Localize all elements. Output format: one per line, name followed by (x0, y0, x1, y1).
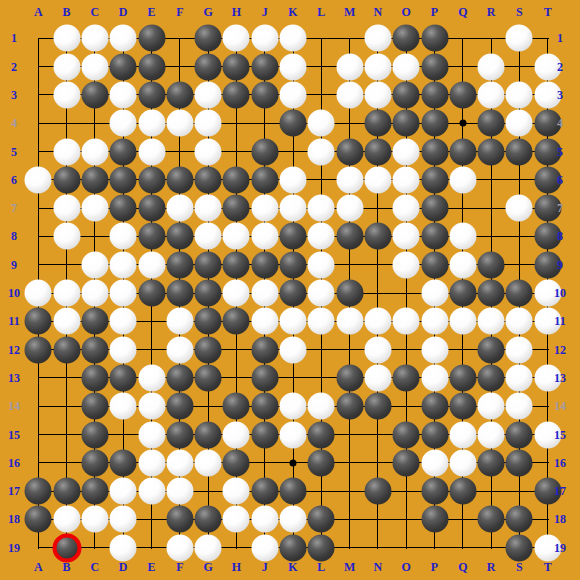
stone-white[interactable] (110, 81, 137, 108)
stone-black[interactable] (166, 166, 193, 193)
stone-black[interactable] (393, 81, 420, 108)
stone-white[interactable] (81, 280, 108, 307)
column-label-top: L (317, 6, 325, 18)
stone-black[interactable] (336, 280, 363, 307)
stone-black[interactable] (336, 393, 363, 420)
stone-white[interactable] (280, 166, 307, 193)
stone-black[interactable] (308, 421, 335, 448)
go-board[interactable]: AABBCCDDEEFFGGHHJJKKLLMMNNOOPPQQRRSSTT11… (0, 0, 580, 580)
stone-white[interactable] (223, 478, 250, 505)
row-label-left: 6 (11, 174, 17, 186)
stone-white[interactable] (364, 336, 391, 363)
stone-white[interactable] (138, 251, 165, 278)
column-label-bottom: R (487, 561, 496, 573)
stone-white[interactable] (195, 195, 222, 222)
stone-black[interactable] (280, 223, 307, 250)
stone-white[interactable] (110, 506, 137, 533)
stone-black[interactable] (251, 138, 278, 165)
stone-black[interactable] (280, 251, 307, 278)
stone-black[interactable] (449, 138, 476, 165)
stone-black[interactable] (110, 53, 137, 80)
stone-black[interactable] (393, 421, 420, 448)
column-label-bottom: L (317, 561, 325, 573)
stone-black[interactable] (25, 478, 52, 505)
column-label-top: H (232, 6, 241, 18)
stone-black[interactable] (336, 364, 363, 391)
stone-white[interactable] (364, 308, 391, 335)
row-label-left: 11 (8, 315, 19, 327)
stone-black[interactable] (364, 478, 391, 505)
stone-black[interactable] (110, 364, 137, 391)
stone-black[interactable] (421, 110, 448, 137)
stone-white[interactable] (223, 506, 250, 533)
stone-white[interactable] (166, 110, 193, 137)
stone-white[interactable] (81, 53, 108, 80)
stone-black[interactable] (421, 25, 448, 52)
stone-white[interactable] (506, 81, 533, 108)
stone-black[interactable] (251, 81, 278, 108)
stone-black[interactable] (138, 25, 165, 52)
stone-black[interactable] (223, 53, 250, 80)
stone-black[interactable] (364, 223, 391, 250)
stone-white[interactable] (449, 308, 476, 335)
stone-white[interactable] (195, 110, 222, 137)
stone-white[interactable] (110, 308, 137, 335)
stone-black[interactable] (166, 223, 193, 250)
stone-white[interactable] (110, 534, 137, 561)
stone-black[interactable] (506, 449, 533, 476)
stone-black[interactable] (478, 138, 505, 165)
stone-white[interactable] (81, 506, 108, 533)
stone-black[interactable] (421, 421, 448, 448)
stone-white[interactable] (280, 25, 307, 52)
stone-black[interactable] (223, 195, 250, 222)
stone-black[interactable] (421, 478, 448, 505)
stone-black[interactable] (195, 280, 222, 307)
stone-black[interactable] (280, 280, 307, 307)
stone-black[interactable] (506, 534, 533, 561)
stone-black[interactable] (308, 449, 335, 476)
stone-black[interactable] (166, 81, 193, 108)
stone-black[interactable] (251, 166, 278, 193)
stone-white[interactable] (223, 280, 250, 307)
stone-black[interactable] (478, 506, 505, 533)
stone-white[interactable] (195, 449, 222, 476)
stone-white[interactable] (393, 53, 420, 80)
stone-black[interactable] (25, 506, 52, 533)
stone-black[interactable] (138, 195, 165, 222)
row-label-right: 1 (557, 32, 563, 44)
stone-white[interactable] (53, 25, 80, 52)
stone-white[interactable] (506, 336, 533, 363)
stone-white[interactable] (53, 308, 80, 335)
stone-white[interactable] (25, 280, 52, 307)
stone-white[interactable] (138, 478, 165, 505)
stone-black[interactable] (195, 336, 222, 363)
column-label-top: S (516, 6, 523, 18)
column-label-top: T (544, 6, 552, 18)
stone-white[interactable] (138, 110, 165, 137)
row-label-left: 12 (8, 344, 20, 356)
row-label-left: 9 (11, 259, 17, 271)
stone-white[interactable] (421, 280, 448, 307)
stone-white[interactable] (223, 421, 250, 448)
stone-white[interactable] (138, 364, 165, 391)
stone-black[interactable] (280, 478, 307, 505)
column-label-bottom: C (91, 561, 100, 573)
stone-white[interactable] (506, 393, 533, 420)
stone-white[interactable] (393, 251, 420, 278)
stone-black[interactable] (138, 166, 165, 193)
stone-black[interactable] (81, 81, 108, 108)
stone-white[interactable] (280, 421, 307, 448)
column-label-top: E (147, 6, 155, 18)
stone-white[interactable] (53, 223, 80, 250)
row-label-right: 3 (557, 89, 563, 101)
stone-white[interactable] (336, 81, 363, 108)
column-label-bottom: P (431, 561, 438, 573)
stone-white[interactable] (251, 534, 278, 561)
stone-black[interactable] (223, 81, 250, 108)
stone-black[interactable] (110, 449, 137, 476)
stone-white[interactable] (449, 223, 476, 250)
stone-white[interactable] (53, 138, 80, 165)
stone-black[interactable] (110, 138, 137, 165)
stone-black[interactable] (25, 336, 52, 363)
stone-white[interactable] (280, 53, 307, 80)
stone-black[interactable] (449, 280, 476, 307)
stone-black[interactable] (478, 110, 505, 137)
stone-black[interactable] (336, 223, 363, 250)
column-label-bottom: M (344, 561, 355, 573)
stone-black[interactable] (53, 166, 80, 193)
stone-white[interactable] (506, 110, 533, 137)
stone-black[interactable] (506, 506, 533, 533)
stone-black[interactable] (421, 223, 448, 250)
stone-black[interactable] (223, 393, 250, 420)
stone-white[interactable] (166, 478, 193, 505)
stone-black[interactable] (166, 393, 193, 420)
stone-white[interactable] (195, 138, 222, 165)
stone-white[interactable] (81, 195, 108, 222)
stone-white[interactable] (251, 223, 278, 250)
stone-black[interactable] (223, 449, 250, 476)
stone-black[interactable] (195, 53, 222, 80)
stone-white[interactable] (195, 534, 222, 561)
stone-white[interactable] (280, 506, 307, 533)
stone-black[interactable] (195, 506, 222, 533)
stone-white[interactable] (421, 449, 448, 476)
stone-black[interactable] (166, 280, 193, 307)
stone-black[interactable] (421, 138, 448, 165)
stone-white[interactable] (364, 166, 391, 193)
stone-white[interactable] (138, 138, 165, 165)
row-label-left: 5 (11, 146, 17, 158)
column-label-top: G (203, 6, 212, 18)
stone-black[interactable] (421, 393, 448, 420)
row-label-right: 8 (557, 230, 563, 242)
row-label-right: 5 (557, 146, 563, 158)
stone-black[interactable] (195, 421, 222, 448)
stone-black[interactable] (280, 110, 307, 137)
column-label-top: B (63, 6, 71, 18)
stone-black[interactable] (195, 308, 222, 335)
stone-black[interactable] (478, 449, 505, 476)
stone-black[interactable] (393, 110, 420, 137)
stone-white[interactable] (336, 53, 363, 80)
stone-black[interactable] (251, 421, 278, 448)
column-label-top: R (487, 6, 496, 18)
stone-black[interactable] (251, 251, 278, 278)
stone-white[interactable] (449, 166, 476, 193)
stone-black[interactable] (393, 364, 420, 391)
stone-black[interactable] (308, 506, 335, 533)
stone-white[interactable] (53, 53, 80, 80)
stone-white[interactable] (506, 195, 533, 222)
stone-white[interactable] (110, 393, 137, 420)
stone-black[interactable] (81, 364, 108, 391)
stone-black[interactable] (81, 308, 108, 335)
stone-white[interactable] (449, 251, 476, 278)
stone-black[interactable] (364, 393, 391, 420)
stone-white[interactable] (280, 195, 307, 222)
stone-black[interactable] (195, 166, 222, 193)
stone-white[interactable] (138, 449, 165, 476)
stone-black[interactable] (81, 421, 108, 448)
stone-black[interactable] (506, 280, 533, 307)
stone-white[interactable] (280, 81, 307, 108)
column-label-top: M (344, 6, 355, 18)
stone-white[interactable] (110, 280, 137, 307)
stone-black[interactable] (449, 81, 476, 108)
stone-black[interactable] (506, 138, 533, 165)
stone-black[interactable] (308, 534, 335, 561)
stone-black[interactable] (110, 195, 137, 222)
stone-black[interactable] (449, 364, 476, 391)
stone-black[interactable] (478, 336, 505, 363)
column-label-top: A (34, 6, 43, 18)
stone-white[interactable] (421, 336, 448, 363)
stone-white[interactable] (251, 25, 278, 52)
stone-black[interactable] (393, 25, 420, 52)
stone-black[interactable] (81, 393, 108, 420)
stone-black[interactable] (138, 81, 165, 108)
stone-black[interactable] (251, 336, 278, 363)
stone-white[interactable] (53, 280, 80, 307)
stone-white[interactable] (308, 251, 335, 278)
stone-white[interactable] (81, 138, 108, 165)
stone-white[interactable] (53, 81, 80, 108)
stone-black[interactable] (223, 251, 250, 278)
stone-white[interactable] (195, 81, 222, 108)
stone-black[interactable] (421, 81, 448, 108)
stone-white[interactable] (195, 223, 222, 250)
stone-white[interactable] (308, 308, 335, 335)
stone-white[interactable] (308, 195, 335, 222)
row-label-right: 17 (554, 485, 566, 497)
stone-black[interactable] (81, 166, 108, 193)
stone-black[interactable] (478, 364, 505, 391)
stone-white[interactable] (166, 534, 193, 561)
stone-white[interactable] (308, 138, 335, 165)
stone-white[interactable] (223, 25, 250, 52)
stone-white[interactable] (280, 393, 307, 420)
last-move-marker (52, 533, 81, 562)
stone-black[interactable] (25, 308, 52, 335)
stone-black[interactable] (251, 393, 278, 420)
row-label-right: 7 (557, 202, 563, 214)
stone-white[interactable] (251, 308, 278, 335)
stone-white[interactable] (364, 81, 391, 108)
stone-white[interactable] (280, 336, 307, 363)
stone-black[interactable] (138, 280, 165, 307)
stone-white[interactable] (110, 25, 137, 52)
stone-white[interactable] (138, 421, 165, 448)
stone-white[interactable] (393, 308, 420, 335)
stone-black[interactable] (81, 478, 108, 505)
stone-white[interactable] (393, 223, 420, 250)
stone-white[interactable] (166, 308, 193, 335)
column-label-bottom: N (374, 561, 383, 573)
stone-white[interactable] (478, 53, 505, 80)
row-label-left: 14 (8, 400, 20, 412)
stone-black[interactable] (195, 364, 222, 391)
stone-white[interactable] (251, 506, 278, 533)
row-label-right: 12 (554, 344, 566, 356)
stone-black[interactable] (166, 364, 193, 391)
stone-white[interactable] (308, 393, 335, 420)
column-label-top: K (288, 6, 297, 18)
stone-white[interactable] (308, 223, 335, 250)
stone-white[interactable] (421, 308, 448, 335)
column-label-top: F (176, 6, 183, 18)
stone-black[interactable] (53, 478, 80, 505)
stone-white[interactable] (421, 364, 448, 391)
row-label-left: 13 (8, 372, 20, 384)
stone-black[interactable] (223, 308, 250, 335)
stone-black[interactable] (449, 393, 476, 420)
stone-black[interactable] (449, 478, 476, 505)
stone-black[interactable] (478, 251, 505, 278)
stone-black[interactable] (478, 280, 505, 307)
stone-white[interactable] (166, 449, 193, 476)
stone-white[interactable] (280, 308, 307, 335)
row-label-right: 4 (557, 117, 563, 129)
row-label-right: 15 (554, 429, 566, 441)
stone-white[interactable] (506, 308, 533, 335)
stone-black[interactable] (251, 53, 278, 80)
stone-white[interactable] (110, 110, 137, 137)
star-point (459, 120, 466, 127)
stone-white[interactable] (393, 138, 420, 165)
stone-black[interactable] (195, 25, 222, 52)
stone-white[interactable] (308, 110, 335, 137)
stone-white[interactable] (110, 223, 137, 250)
stone-white[interactable] (336, 195, 363, 222)
stone-white[interactable] (110, 251, 137, 278)
column-label-bottom: K (288, 561, 297, 573)
stone-black[interactable] (251, 478, 278, 505)
row-label-right: 18 (554, 513, 566, 525)
stone-white[interactable] (25, 166, 52, 193)
stone-white[interactable] (166, 195, 193, 222)
column-label-bottom: F (176, 561, 183, 573)
stone-white[interactable] (138, 393, 165, 420)
stone-white[interactable] (449, 421, 476, 448)
stone-black[interactable] (421, 251, 448, 278)
stone-white[interactable] (81, 251, 108, 278)
stone-black[interactable] (336, 138, 363, 165)
stone-white[interactable] (478, 308, 505, 335)
column-label-bottom: B (63, 561, 71, 573)
stone-black[interactable] (421, 53, 448, 80)
stone-white[interactable] (449, 449, 476, 476)
stone-black[interactable] (110, 166, 137, 193)
stone-white[interactable] (478, 393, 505, 420)
stone-black[interactable] (421, 166, 448, 193)
stone-white[interactable] (110, 478, 137, 505)
stone-black[interactable] (421, 195, 448, 222)
stone-black[interactable] (81, 449, 108, 476)
stone-black[interactable] (53, 336, 80, 363)
stone-black[interactable] (166, 506, 193, 533)
stone-white[interactable] (364, 364, 391, 391)
stone-white[interactable] (81, 25, 108, 52)
stone-black[interactable] (195, 251, 222, 278)
stone-black[interactable] (251, 364, 278, 391)
stone-black[interactable] (506, 421, 533, 448)
stone-white[interactable] (336, 166, 363, 193)
row-label-left: 2 (11, 61, 17, 73)
row-label-right: 2 (557, 61, 563, 73)
stone-black[interactable] (166, 251, 193, 278)
stone-white[interactable] (393, 166, 420, 193)
stone-black[interactable] (81, 336, 108, 363)
stone-black[interactable] (280, 534, 307, 561)
stone-black[interactable] (138, 223, 165, 250)
row-label-left: 19 (8, 542, 20, 554)
row-label-left: 7 (11, 202, 17, 214)
stone-white[interactable] (223, 223, 250, 250)
stone-white[interactable] (506, 25, 533, 52)
column-label-bottom: S (516, 561, 523, 573)
stone-white[interactable] (364, 53, 391, 80)
stone-black[interactable] (393, 449, 420, 476)
stone-black[interactable] (138, 53, 165, 80)
stone-white[interactable] (251, 195, 278, 222)
stone-white[interactable] (478, 421, 505, 448)
row-label-left: 16 (8, 457, 20, 469)
stone-white[interactable] (53, 195, 80, 222)
stone-white[interactable] (308, 280, 335, 307)
stone-white[interactable] (166, 336, 193, 363)
stone-white[interactable] (393, 195, 420, 222)
stone-black[interactable] (364, 138, 391, 165)
row-label-right: 13 (554, 372, 566, 384)
stone-black[interactable] (166, 421, 193, 448)
stone-white[interactable] (336, 308, 363, 335)
stone-white[interactable] (478, 81, 505, 108)
column-label-top: Q (458, 6, 467, 18)
stone-black[interactable] (364, 110, 391, 137)
stone-white[interactable] (364, 25, 391, 52)
stone-black[interactable] (421, 506, 448, 533)
stone-white[interactable] (110, 336, 137, 363)
stone-white[interactable] (53, 506, 80, 533)
stone-white[interactable] (506, 364, 533, 391)
stone-black[interactable] (223, 166, 250, 193)
stone-white[interactable] (251, 280, 278, 307)
